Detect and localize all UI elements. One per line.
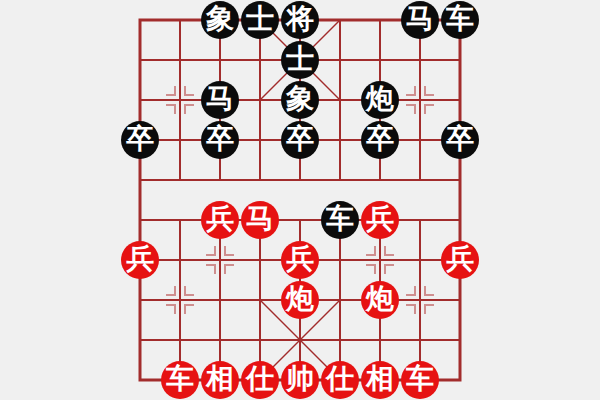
pieces-layer: 象士将马车士马象炮卒卒卒卒卒兵马车兵兵兵兵炮炮车相仕帅仕相车 xyxy=(120,0,480,400)
piece-black-elephant[interactable]: 象 xyxy=(201,1,239,39)
piece-red-soldier[interactable]: 兵 xyxy=(361,201,399,239)
piece-red-soldier[interactable]: 兵 xyxy=(441,241,479,279)
piece-red-elephant[interactable]: 相 xyxy=(201,361,239,399)
piece-black-general[interactable]: 将 xyxy=(281,1,319,39)
piece-black-horse[interactable]: 马 xyxy=(401,1,439,39)
piece-black-soldier[interactable]: 卒 xyxy=(441,121,479,159)
piece-black-elephant[interactable]: 象 xyxy=(281,81,319,119)
piece-black-soldier[interactable]: 卒 xyxy=(281,121,319,159)
piece-red-horse[interactable]: 马 xyxy=(241,201,279,239)
piece-black-cannon[interactable]: 炮 xyxy=(361,81,399,119)
piece-black-advisor[interactable]: 士 xyxy=(241,1,279,39)
piece-red-chariot[interactable]: 车 xyxy=(401,361,439,399)
piece-black-chariot[interactable]: 车 xyxy=(321,201,359,239)
piece-red-chariot[interactable]: 车 xyxy=(161,361,199,399)
piece-red-cannon[interactable]: 炮 xyxy=(361,281,399,319)
board-area: 象士将马车士马象炮卒卒卒卒卒兵马车兵兵兵兵炮炮车相仕帅仕相车 xyxy=(0,0,600,400)
piece-red-soldier[interactable]: 兵 xyxy=(281,241,319,279)
piece-red-cannon[interactable]: 炮 xyxy=(281,281,319,319)
piece-red-advisor[interactable]: 仕 xyxy=(241,361,279,399)
piece-black-soldier[interactable]: 卒 xyxy=(121,121,159,159)
piece-black-chariot[interactable]: 车 xyxy=(441,1,479,39)
piece-black-soldier[interactable]: 卒 xyxy=(201,121,239,159)
piece-black-soldier[interactable]: 卒 xyxy=(361,121,399,159)
piece-red-advisor[interactable]: 仕 xyxy=(321,361,359,399)
piece-red-soldier[interactable]: 兵 xyxy=(201,201,239,239)
piece-red-elephant[interactable]: 相 xyxy=(361,361,399,399)
piece-black-horse[interactable]: 马 xyxy=(201,81,239,119)
piece-red-soldier[interactable]: 兵 xyxy=(121,241,159,279)
piece-red-general[interactable]: 帅 xyxy=(281,361,319,399)
piece-black-advisor[interactable]: 士 xyxy=(281,41,319,79)
